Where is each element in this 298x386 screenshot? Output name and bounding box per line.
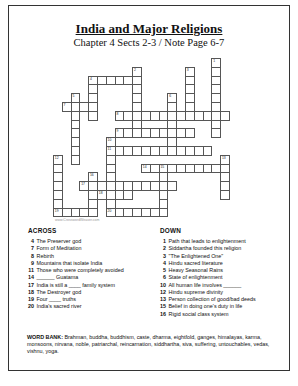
clue-text: ______ Guatama [37, 274, 79, 281]
clue-number: 12 [156, 289, 166, 296]
clue-text: Path that leads to enlightenment [169, 238, 246, 245]
clue-item: 10All human life involves ______ [156, 282, 292, 289]
grid-cell[interactable] [167, 181, 177, 191]
cell-number: 20 [107, 209, 115, 213]
clue-item: 6State of enlightenment [156, 274, 292, 281]
clue-number: 16 [156, 311, 166, 318]
cell-number: 16 [89, 173, 97, 177]
clue-text: Heavy Seasonal Rains [169, 267, 224, 274]
cell-number: 19 [54, 209, 62, 213]
cell-number: 6 [168, 94, 176, 98]
clue-number: 8 [24, 253, 34, 260]
grid-cell[interactable] [88, 208, 98, 218]
grid-cell[interactable] [159, 208, 169, 218]
clue-item: 20India's sacred river [24, 303, 154, 310]
clue-item: 8Rebirth [24, 253, 154, 260]
cell-number: 17 [80, 182, 88, 186]
clue-text: Hindu supreme divinity [169, 289, 224, 296]
down-clue-list: 1Path that leads to enlightenment2Siddar… [156, 238, 292, 318]
clue-number: 19 [24, 296, 34, 303]
clue-item: 19Four ____ truths [24, 296, 154, 303]
crossword-grid: 1234567891011121314151617181920 [53, 58, 229, 217]
grid-cell[interactable] [220, 111, 230, 121]
clue-text: Hindu sacred literature [169, 260, 223, 267]
cell-number: 18 [98, 191, 106, 195]
cell-number: 11 [107, 147, 115, 151]
clue-number: 10 [156, 282, 166, 289]
cell-number: 9 [116, 129, 124, 133]
clue-item: 4Hindu sacred literature [156, 260, 292, 267]
cell-number: 8 [116, 112, 124, 116]
clue-item: 7Form of Meditation [24, 245, 154, 252]
clue-text: Person collection of good/bad deeds [169, 296, 256, 303]
grid-cell[interactable] [123, 190, 133, 200]
cell-number: 10 [107, 138, 115, 142]
clue-number: 17 [24, 282, 34, 289]
clue-text: Four ____ truths [37, 296, 77, 303]
across-header: ACROSS [28, 227, 57, 234]
clue-text: Mountains that isolate India [37, 260, 103, 267]
clue-text: State of enlightenment [169, 274, 223, 281]
clue-item: 2Siddartha founded this religion [156, 245, 292, 252]
cell-number: 14 [142, 165, 150, 169]
clue-text: "The Enlightened One" [169, 253, 224, 260]
clue-number: 2 [156, 245, 166, 252]
grid-cell[interactable] [71, 155, 81, 165]
page-title: India and Major Religions [0, 21, 298, 37]
clue-item: 11Those who were completely avoided [24, 267, 154, 274]
grid-cell[interactable] [203, 146, 213, 156]
clue-number: 6 [156, 274, 166, 281]
clue-item: 1Path that leads to enlightenment [156, 238, 292, 245]
across-clue-list: 4The Preserver god7Form of Meditation8Re… [24, 238, 154, 311]
clue-text: Belief in doing one's duty in life [169, 303, 243, 310]
word-bank-words: Brahman, buddha, buddhism, caste, dharma… [27, 334, 269, 354]
clue-item: 14______ Guatama [24, 274, 154, 281]
cell-number: 12 [54, 156, 62, 160]
clue-number: 7 [24, 245, 34, 252]
clue-text: India is still a ____ family system [37, 282, 116, 289]
grid-cell[interactable] [185, 128, 195, 138]
clue-text: All human life involves ______ [169, 282, 242, 289]
clue-number: 20 [24, 303, 34, 310]
clue-number: 4 [156, 260, 166, 267]
cell-number: 4 [89, 77, 97, 81]
clue-item: 18The Destroyer god [24, 289, 154, 296]
cell-number: 13 [221, 156, 229, 160]
grid-cell[interactable] [211, 128, 221, 138]
clue-item: 13Person collection of good/bad deeds [156, 296, 292, 303]
cell-number: 5 [72, 94, 80, 98]
clue-number: 13 [156, 296, 166, 303]
cell-number: 15 [160, 165, 168, 169]
clue-text: India's sacred river [37, 303, 82, 310]
cell-number: 1 [212, 59, 220, 63]
clue-text: Rebirth [37, 253, 54, 260]
clue-text: Form of Meditation [37, 245, 82, 252]
word-bank-label: WORD BANK: [27, 334, 63, 340]
clue-item: 9Mountains that isolate India [24, 260, 154, 267]
down-header: DOWN [160, 227, 181, 234]
clue-item: 4The Preserver god [24, 238, 154, 245]
word-bank: WORD BANK: Brahman, buddha, buddhism, ca… [27, 334, 277, 355]
cell-number: 3 [186, 68, 194, 72]
clue-number: 11 [24, 267, 34, 274]
page-subtitle: Chapter 4 Sects 2-3 / Note Page 6-7 [0, 37, 298, 48]
clue-number: 3 [156, 253, 166, 260]
clue-text: Rigid social class system [169, 311, 229, 318]
clue-item: 15Belief in doing one's duty in life [156, 303, 292, 310]
clue-item: 17India is still a ____ family system [24, 282, 154, 289]
watermark: www.CrosswordWeaver.com [55, 218, 99, 222]
clue-number: 4 [24, 238, 34, 245]
cell-number: 7 [63, 103, 71, 107]
clue-text: The Destroyer god [37, 289, 82, 296]
clue-item: 16Rigid social class system [156, 311, 292, 318]
clue-number: 15 [156, 303, 166, 310]
clue-text: Siddartha founded this religion [169, 245, 242, 252]
clue-item: 5Heavy Seasonal Rains [156, 267, 292, 274]
cell-number: 2 [133, 68, 141, 72]
clue-number: 18 [24, 289, 34, 296]
grid-cell[interactable] [220, 190, 230, 200]
grid-cell[interactable] [88, 111, 98, 121]
clue-number: 14 [24, 274, 34, 281]
clue-number: 1 [156, 238, 166, 245]
clue-number: 5 [156, 267, 166, 274]
clue-number: 9 [24, 260, 34, 267]
clue-text: The Preserver god [37, 238, 82, 245]
clue-item: 3"The Enlightened One" [156, 253, 292, 260]
clue-item: 12Hindu supreme divinity [156, 289, 292, 296]
clue-text: Those who were completely avoided [37, 267, 124, 274]
